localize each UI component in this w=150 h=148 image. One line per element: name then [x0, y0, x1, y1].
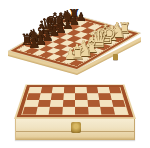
folded-box-scene	[14, 86, 136, 146]
box-lid-field	[22, 87, 127, 114]
box-lid-face	[14, 85, 136, 119]
box-cell	[87, 100, 100, 107]
box-cell	[88, 107, 102, 115]
open-board-scene: ♜♞♝♛♚♝♞♜♟♟♟♟♟♟♟♟♟♟♟♟♟♟♟♟♜♞♝♛♚♝♞♜	[0, 0, 150, 86]
box-cell	[37, 100, 51, 107]
box-cell	[50, 100, 63, 107]
box-cell	[49, 107, 63, 115]
chess-piece-dark-p: ♟	[28, 37, 40, 51]
box-cell	[62, 100, 75, 107]
box-cell	[111, 100, 125, 107]
box-cell	[113, 107, 128, 115]
box-cell	[75, 100, 88, 107]
chess-piece-light-r: ♜	[70, 46, 85, 63]
chess-pieces-layer: ♜♞♝♛♚♝♞♜♟♟♟♟♟♟♟♟♟♟♟♟♟♟♟♟♜♞♝♛♚♝♞♜	[0, 0, 150, 86]
box-lid-border	[17, 85, 134, 117]
box-cell	[62, 107, 75, 115]
box-cell	[35, 107, 49, 115]
box-front-face	[15, 119, 135, 140]
box-cell	[75, 107, 88, 115]
box-brass-clasp-icon	[71, 122, 81, 133]
